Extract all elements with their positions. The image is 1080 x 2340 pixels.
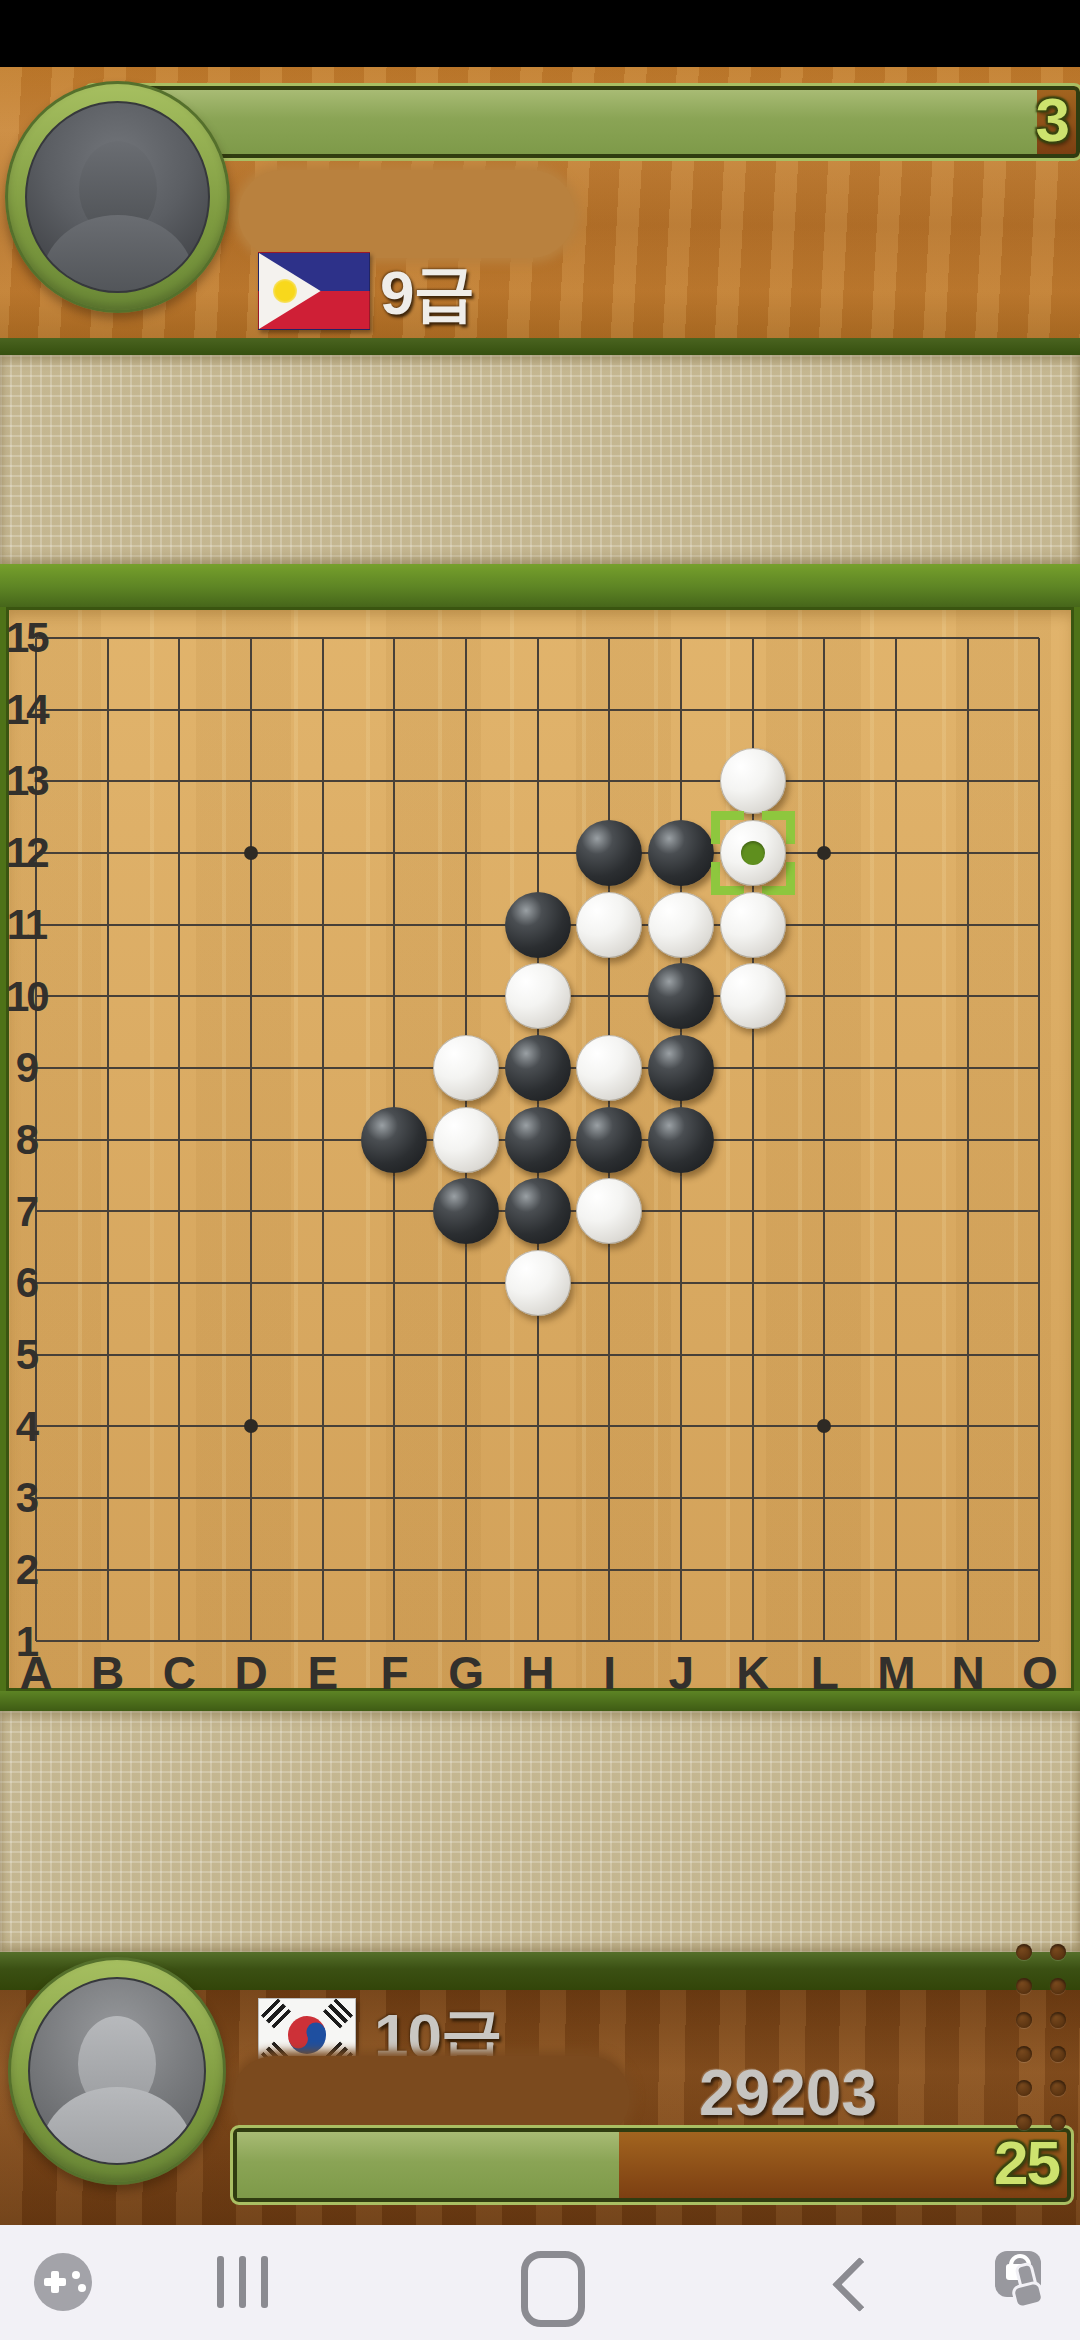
board: 151413121110987654321 ABCDEFGHIJKLMNO: [0, 564, 1080, 1711]
intersection-N6[interactable]: [932, 1247, 1004, 1319]
intersection-D12[interactable]: [215, 817, 287, 889]
home-icon[interactable]: [521, 2251, 585, 2327]
intersection-N4[interactable]: [932, 1391, 1004, 1463]
black-stone-F8: [361, 1107, 427, 1173]
intersection-N11[interactable]: [932, 889, 1004, 961]
column-label-D: D: [215, 1649, 287, 1691]
black-stone-J9: [648, 1035, 714, 1101]
intersection-B2[interactable]: [72, 1534, 144, 1606]
intersection-C3[interactable]: [143, 1462, 215, 1534]
white-stone-I11: [576, 892, 642, 958]
intersection-F11[interactable]: [358, 889, 430, 961]
intersection-D15[interactable]: [215, 607, 287, 674]
intersection-J13[interactable]: [645, 745, 717, 817]
column-label-K: K: [717, 1649, 789, 1691]
intersection-D5[interactable]: [215, 1319, 287, 1391]
board-grid: [6, 607, 1074, 1677]
intersection-J11[interactable]: [645, 889, 717, 961]
intersection-J10[interactable]: [645, 960, 717, 1032]
last-move-dot: [741, 841, 765, 865]
row-label-10: 10: [6, 973, 46, 1021]
intersection-B5[interactable]: [72, 1319, 144, 1391]
intersection-B8[interactable]: [72, 1104, 144, 1176]
intersection-K9[interactable]: [717, 1032, 789, 1104]
intersection-H7[interactable]: [502, 1176, 574, 1248]
column-label-A: A: [6, 1649, 72, 1691]
intersection-C2[interactable]: [143, 1534, 215, 1606]
row-label-12: 12: [6, 829, 46, 877]
intersection-L8[interactable]: [789, 1104, 861, 1176]
black-stone-I8: [576, 1107, 642, 1173]
intersection-O11[interactable]: [1004, 889, 1074, 961]
intersection-H3[interactable]: [502, 1462, 574, 1534]
white-stone-H10: [505, 963, 571, 1029]
intersection-G3[interactable]: [430, 1462, 502, 1534]
intersection-B6[interactable]: [72, 1247, 144, 1319]
black-stone-H7: [505, 1178, 571, 1244]
white-stone-K10: [720, 963, 786, 1029]
intersection-G5[interactable]: [430, 1319, 502, 1391]
intersection-N10[interactable]: [932, 960, 1004, 1032]
bottom-player-avatar[interactable]: [8, 1957, 226, 2185]
intersection-E13[interactable]: [287, 745, 359, 817]
intersection-K11[interactable]: [717, 889, 789, 961]
intersection-H6[interactable]: [502, 1247, 574, 1319]
intersection-N15[interactable]: [932, 607, 1004, 674]
column-label-N: N: [932, 1649, 1004, 1691]
intersection-H11[interactable]: [502, 889, 574, 961]
star-point: [817, 846, 831, 860]
intersection-D14[interactable]: [215, 674, 287, 746]
intersection-D13[interactable]: [215, 745, 287, 817]
top-player-avatar[interactable]: [5, 81, 230, 313]
intersection-N7[interactable]: [932, 1176, 1004, 1248]
intersection-F14[interactable]: [358, 674, 430, 746]
top-player-timer-bar: 3: [86, 86, 1080, 158]
intersection-K14[interactable]: [717, 674, 789, 746]
intersection-F5[interactable]: [358, 1319, 430, 1391]
intersection-K8[interactable]: [717, 1104, 789, 1176]
intersection-E8[interactable]: [287, 1104, 359, 1176]
intersection-F3[interactable]: [358, 1462, 430, 1534]
row-label-8: 8: [6, 1116, 46, 1164]
intersection-E9[interactable]: [287, 1032, 359, 1104]
top-panel-divider: [0, 338, 1080, 355]
intersection-M8[interactable]: [860, 1104, 932, 1176]
intersection-M14[interactable]: [860, 674, 932, 746]
intersection-G13[interactable]: [430, 745, 502, 817]
intersection-O4[interactable]: [1004, 1391, 1074, 1463]
intersection-N3[interactable]: [932, 1462, 1004, 1534]
intersection-C14[interactable]: [143, 674, 215, 746]
board-wood: 151413121110987654321 ABCDEFGHIJKLMNO: [6, 607, 1074, 1691]
intersection-O12[interactable]: [1004, 817, 1074, 889]
intersection-B12[interactable]: [72, 817, 144, 889]
intersection-E3[interactable]: [287, 1462, 359, 1534]
android-nav-bar: [0, 2225, 1080, 2340]
intersection-J15[interactable]: [645, 607, 717, 674]
intersection-G11[interactable]: [430, 889, 502, 961]
black-stone-J10: [648, 963, 714, 1029]
column-label-L: L: [789, 1649, 861, 1691]
white-stone-I7: [576, 1178, 642, 1244]
column-label-E: E: [287, 1649, 359, 1691]
intersection-I6[interactable]: [574, 1247, 646, 1319]
row-label-7: 7: [6, 1188, 46, 1236]
intersection-L7[interactable]: [789, 1176, 861, 1248]
row-label-13: 13: [6, 757, 46, 805]
intersection-C9[interactable]: [143, 1032, 215, 1104]
intersection-I13[interactable]: [574, 745, 646, 817]
intersection-B15[interactable]: [72, 607, 144, 674]
intersection-H2[interactable]: [502, 1534, 574, 1606]
intersection-I15[interactable]: [574, 607, 646, 674]
intersection-F7[interactable]: [358, 1176, 430, 1248]
black-stone-G7: [433, 1178, 499, 1244]
intersection-B4[interactable]: [72, 1391, 144, 1463]
intersection-L9[interactable]: [789, 1032, 861, 1104]
white-stone-K11: [720, 892, 786, 958]
white-stone-I9: [576, 1035, 642, 1101]
intersection-F4[interactable]: [358, 1391, 430, 1463]
intersection-K5[interactable]: [717, 1319, 789, 1391]
black-stone-H9: [505, 1035, 571, 1101]
bottom-timer-fill: [237, 2132, 619, 2198]
board-frame-bottom: [0, 1691, 1080, 1711]
intersection-F15[interactable]: [358, 607, 430, 674]
intersection-O7[interactable]: [1004, 1176, 1074, 1248]
intersection-G9[interactable]: [430, 1032, 502, 1104]
intersection-H10[interactable]: [502, 960, 574, 1032]
intersection-J7[interactable]: [645, 1176, 717, 1248]
avatar-silhouette-icon: [28, 1977, 206, 2165]
avatar-silhouette-icon: [25, 101, 210, 293]
intersection-L2[interactable]: [789, 1534, 861, 1606]
intersection-E14[interactable]: [287, 674, 359, 746]
intersection-E5[interactable]: [287, 1319, 359, 1391]
game-launcher-icon[interactable]: [34, 2253, 92, 2311]
row-label-6: 6: [6, 1259, 46, 1307]
intersection-E6[interactable]: [287, 1247, 359, 1319]
touch-lock-icon[interactable]: [995, 2251, 1041, 2297]
intersection-O8[interactable]: [1004, 1104, 1074, 1176]
intersection-H5[interactable]: [502, 1319, 574, 1391]
intersection-D6[interactable]: [215, 1247, 287, 1319]
intersection-M6[interactable]: [860, 1247, 932, 1319]
intersection-F8[interactable]: [358, 1104, 430, 1176]
intersection-L14[interactable]: [789, 674, 861, 746]
column-label-G: G: [430, 1649, 502, 1691]
intersection-L3[interactable]: [789, 1462, 861, 1534]
intersection-J12[interactable]: [645, 817, 717, 889]
intersection-L10[interactable]: [789, 960, 861, 1032]
intersection-G10[interactable]: [430, 960, 502, 1032]
column-label-F: F: [359, 1649, 431, 1691]
intersection-D7[interactable]: [215, 1176, 287, 1248]
intersection-I2[interactable]: [574, 1534, 646, 1606]
intersection-H8[interactable]: [502, 1104, 574, 1176]
intersection-M10[interactable]: [860, 960, 932, 1032]
intersection-N2[interactable]: [932, 1534, 1004, 1606]
intersection-B11[interactable]: [72, 889, 144, 961]
row-label-9: 9: [6, 1044, 46, 1092]
taegeuk-icon: [282, 2010, 331, 2059]
intersection-M11[interactable]: [860, 889, 932, 961]
intersection-C5[interactable]: [143, 1319, 215, 1391]
intersection-N5[interactable]: [932, 1319, 1004, 1391]
intersection-O3[interactable]: [1004, 1462, 1074, 1534]
intersection-J8[interactable]: [645, 1104, 717, 1176]
intersection-M13[interactable]: [860, 745, 932, 817]
intersection-F12[interactable]: [358, 817, 430, 889]
intersection-J3[interactable]: [645, 1462, 717, 1534]
intersection-B3[interactable]: [72, 1462, 144, 1534]
intersection-O13[interactable]: [1004, 745, 1074, 817]
top-timer-fill: [90, 90, 1037, 154]
intersection-B14[interactable]: [72, 674, 144, 746]
intersection-L12[interactable]: [789, 817, 861, 889]
wood-peg-dots: [1016, 1944, 1076, 2134]
flag-sun: [273, 279, 297, 303]
recents-icon[interactable]: [217, 2256, 269, 2308]
intersection-L6[interactable]: [789, 1247, 861, 1319]
intersection-L4[interactable]: [789, 1391, 861, 1463]
intersection-I12[interactable]: [574, 817, 646, 889]
row-label-15: 15: [6, 614, 46, 662]
intersection-B7[interactable]: [72, 1176, 144, 1248]
intersection-D10[interactable]: [215, 960, 287, 1032]
intersection-C11[interactable]: [143, 889, 215, 961]
column-label-C: C: [144, 1649, 216, 1691]
intersection-M12[interactable]: [860, 817, 932, 889]
intersection-L13[interactable]: [789, 745, 861, 817]
intersection-N14[interactable]: [932, 674, 1004, 746]
bottom-player-panel: 10급 29203 25: [0, 1990, 1080, 2225]
bottom-player-score: 29203: [658, 2056, 918, 2130]
intersection-I9[interactable]: [574, 1032, 646, 1104]
intersection-D3[interactable]: [215, 1462, 287, 1534]
row-label-3: 3: [6, 1474, 46, 1522]
intersection-E4[interactable]: [287, 1391, 359, 1463]
intersection-H14[interactable]: [502, 674, 574, 746]
intersection-O14[interactable]: [1004, 674, 1074, 746]
intersection-H12[interactable]: [502, 817, 574, 889]
black-stone-H8: [505, 1107, 571, 1173]
top-timer-value: 3: [1036, 84, 1068, 155]
intersection-H4[interactable]: [502, 1391, 574, 1463]
intersection-E11[interactable]: [287, 889, 359, 961]
intersection-G14[interactable]: [430, 674, 502, 746]
column-label-O: O: [1004, 1649, 1074, 1691]
intersection-N13[interactable]: [932, 745, 1004, 817]
intersection-K2[interactable]: [717, 1534, 789, 1606]
screen: 3 9급 151413121110987654321 ABCDEFGHIJKLM…: [0, 0, 1080, 2340]
intersection-E10[interactable]: [287, 960, 359, 1032]
intersection-F6[interactable]: [358, 1247, 430, 1319]
intersection-L11[interactable]: [789, 889, 861, 961]
white-stone-H6: [505, 1250, 571, 1316]
intersection-H15[interactable]: [502, 607, 574, 674]
intersection-C6[interactable]: [143, 1247, 215, 1319]
bottom-player-timer-bar: 25: [233, 2128, 1071, 2202]
intersection-K12[interactable]: [717, 817, 789, 889]
intersection-J4[interactable]: [645, 1391, 717, 1463]
intersection-K7[interactable]: [717, 1176, 789, 1248]
intersection-F2[interactable]: [358, 1534, 430, 1606]
intersection-G7[interactable]: [430, 1176, 502, 1248]
intersection-C15[interactable]: [143, 607, 215, 674]
intersection-C7[interactable]: [143, 1176, 215, 1248]
intersection-M9[interactable]: [860, 1032, 932, 1104]
intersection-I8[interactable]: [574, 1104, 646, 1176]
intersection-C4[interactable]: [143, 1391, 215, 1463]
intersection-B10[interactable]: [72, 960, 144, 1032]
lower-beige-strip: [0, 1711, 1080, 1952]
status-bar: [0, 0, 1080, 67]
intersection-O15[interactable]: [1004, 607, 1074, 674]
intersection-O6[interactable]: [1004, 1247, 1074, 1319]
row-label-4: 4: [6, 1403, 46, 1451]
intersection-M15[interactable]: [860, 607, 932, 674]
top-player-name-hidden: [238, 170, 575, 258]
star-point: [244, 846, 258, 860]
intersection-O2[interactable]: [1004, 1534, 1074, 1606]
intersection-F9[interactable]: [358, 1032, 430, 1104]
row-label-5: 5: [6, 1331, 46, 1379]
intersection-I11[interactable]: [574, 889, 646, 961]
intersection-M7[interactable]: [860, 1176, 932, 1248]
intersection-B9[interactable]: [72, 1032, 144, 1104]
top-player-panel: 3 9급: [0, 67, 1080, 355]
intersection-J14[interactable]: [645, 674, 717, 746]
intersection-I5[interactable]: [574, 1319, 646, 1391]
intersection-D8[interactable]: [215, 1104, 287, 1176]
intersection-J5[interactable]: [645, 1319, 717, 1391]
intersection-D2[interactable]: [215, 1534, 287, 1606]
intersection-G8[interactable]: [430, 1104, 502, 1176]
intersection-N12[interactable]: [932, 817, 1004, 889]
board-frame-top: [0, 564, 1080, 607]
column-label-B: B: [72, 1649, 144, 1691]
intersection-B13[interactable]: [72, 745, 144, 817]
row-label-2: 2: [6, 1546, 46, 1594]
intersection-O9[interactable]: [1004, 1032, 1074, 1104]
intersection-L15[interactable]: [789, 607, 861, 674]
intersection-D11[interactable]: [215, 889, 287, 961]
upper-beige-strip: [0, 355, 1080, 564]
black-stone-H11: [505, 892, 571, 958]
intersection-D9[interactable]: [215, 1032, 287, 1104]
intersection-K6[interactable]: [717, 1247, 789, 1319]
intersection-I7[interactable]: [574, 1176, 646, 1248]
intersection-M2[interactable]: [860, 1534, 932, 1606]
intersection-M5[interactable]: [860, 1319, 932, 1391]
intersection-G15[interactable]: [430, 607, 502, 674]
black-stone-J12: [648, 820, 714, 886]
row-label-14: 14: [6, 686, 46, 734]
star-point: [244, 1419, 258, 1433]
intersection-N9[interactable]: [932, 1032, 1004, 1104]
intersection-F10[interactable]: [358, 960, 430, 1032]
intersection-G4[interactable]: [430, 1391, 502, 1463]
intersection-F13[interactable]: [358, 745, 430, 817]
intersection-J6[interactable]: [645, 1247, 717, 1319]
star-point: [817, 1419, 831, 1433]
intersection-J9[interactable]: [645, 1032, 717, 1104]
intersection-C10[interactable]: [143, 960, 215, 1032]
column-label-J: J: [645, 1649, 717, 1691]
white-stone-J11: [648, 892, 714, 958]
intersection-O10[interactable]: [1004, 960, 1074, 1032]
intersection-L5[interactable]: [789, 1319, 861, 1391]
intersection-K13[interactable]: [717, 745, 789, 817]
intersection-E7[interactable]: [287, 1176, 359, 1248]
intersection-G6[interactable]: [430, 1247, 502, 1319]
intersection-C8[interactable]: [143, 1104, 215, 1176]
bottom-timer-value: 25: [994, 2127, 1059, 2198]
intersection-C12[interactable]: [143, 817, 215, 889]
intersection-E2[interactable]: [287, 1534, 359, 1606]
intersection-K15[interactable]: [717, 607, 789, 674]
intersection-I3[interactable]: [574, 1462, 646, 1534]
intersection-K4[interactable]: [717, 1391, 789, 1463]
intersection-I14[interactable]: [574, 674, 646, 746]
intersection-J2[interactable]: [645, 1534, 717, 1606]
intersection-D4[interactable]: [215, 1391, 287, 1463]
column-label-M: M: [861, 1649, 933, 1691]
intersection-H13[interactable]: [502, 745, 574, 817]
intersection-O5[interactable]: [1004, 1319, 1074, 1391]
intersection-M3[interactable]: [860, 1462, 932, 1534]
white-stone-G9: [433, 1035, 499, 1101]
intersection-I4[interactable]: [574, 1391, 646, 1463]
white-stone-K13: [720, 748, 786, 814]
intersection-C13[interactable]: [143, 745, 215, 817]
intersection-E15[interactable]: [287, 607, 359, 674]
intersection-M4[interactable]: [860, 1391, 932, 1463]
black-stone-J8: [648, 1107, 714, 1173]
column-label-I: I: [574, 1649, 646, 1691]
white-stone-G8: [433, 1107, 499, 1173]
column-label-H: H: [502, 1649, 574, 1691]
intersection-E12[interactable]: [287, 817, 359, 889]
intersection-H9[interactable]: [502, 1032, 574, 1104]
intersection-G2[interactable]: [430, 1534, 502, 1606]
intersection-G12[interactable]: [430, 817, 502, 889]
intersection-N8[interactable]: [932, 1104, 1004, 1176]
intersection-K10[interactable]: [717, 960, 789, 1032]
intersection-K3[interactable]: [717, 1462, 789, 1534]
black-stone-I12: [576, 820, 642, 886]
row-label-11: 11: [6, 901, 46, 949]
top-player-rank: 9급: [380, 251, 474, 335]
philippines-flag-icon: [258, 252, 370, 330]
back-icon[interactable]: [832, 2257, 887, 2312]
intersection-I10[interactable]: [574, 960, 646, 1032]
